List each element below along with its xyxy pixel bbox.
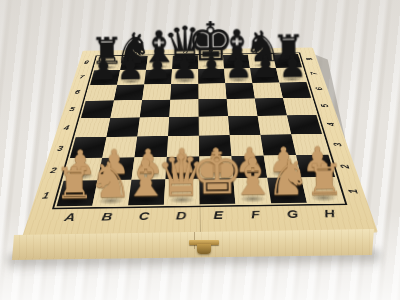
chess-set-photo: ABCDEFGH 87654321 87654321 ♜♞♝♛♚♝♞♜♟♟♟♟♟… [0,0,400,300]
square-d6[interactable] [170,84,198,100]
square-h5[interactable] [283,98,316,116]
square-b6[interactable] [114,84,144,100]
square-f6[interactable] [225,83,255,99]
file-label-d: D [176,209,187,222]
file-label-c: C [138,209,150,222]
clasp-latch-icon [197,244,211,254]
square-g5[interactable] [255,98,287,116]
file-label-b: B [101,210,114,223]
square-f4[interactable] [228,116,260,135]
square-f5[interactable] [227,99,258,117]
square-h6[interactable] [279,82,311,98]
file-label-far-h: H [282,49,288,53]
file-label-far-b: B [132,51,138,55]
rank-label-left-4: 4 [63,124,71,131]
square-g6[interactable] [252,82,283,98]
file-label-e: E [213,208,223,221]
rank-label-right-3: 3 [331,143,344,147]
rank-label-right-2: 2 [338,165,352,169]
square-a5[interactable] [81,101,114,119]
square-e4[interactable] [199,116,230,135]
play-area: ♜♞♝♛♚♝♞♜♟♟♟♟♟♟♟♟♟♟♟♟♟♟♟♟♜♞♝♛♚♝♞♜ [52,53,347,210]
square-h7[interactable]: ♟ [276,67,306,82]
square-h4[interactable] [287,115,322,134]
square-e6[interactable] [198,83,226,99]
file-label-far-c: C [157,50,163,54]
square-c5[interactable] [140,100,170,118]
rank-label-right-7: 7 [309,72,320,75]
white-rook-h1[interactable]: ♜ [286,158,364,202]
file-label-f: F [250,208,260,221]
rank-label-right-8: 8 [304,58,314,61]
square-b4[interactable] [106,117,139,136]
square-g4[interactable] [257,115,291,134]
file-label-far-f: F [233,49,238,53]
file-label-far-g: G [257,49,263,53]
rank-label-left-5: 5 [68,106,75,113]
rank-label-right-4: 4 [325,122,337,126]
file-label-far-d: D [183,50,188,54]
rank-label-right-5: 5 [319,104,331,107]
file-label-h: H [323,207,337,220]
square-c4[interactable] [137,117,169,136]
black-pawn-h7[interactable]: ♟ [263,50,322,82]
square-d5[interactable] [169,99,198,117]
file-label-far-e: E [208,50,213,54]
file-label-a: A [63,210,77,223]
square-e5[interactable] [198,99,228,117]
square-b5[interactable] [110,100,142,118]
rank-label-right-6: 6 [314,87,325,90]
rank-label-left-6: 6 [74,89,81,95]
square-d4[interactable] [168,117,199,136]
file-label-g: G [286,207,300,220]
square-c6[interactable] [142,84,171,100]
square-h1[interactable]: ♜ [301,177,343,203]
rank-label-right-1: 1 [346,189,360,194]
square-a4[interactable] [76,118,111,137]
square-a6[interactable] [86,85,117,101]
